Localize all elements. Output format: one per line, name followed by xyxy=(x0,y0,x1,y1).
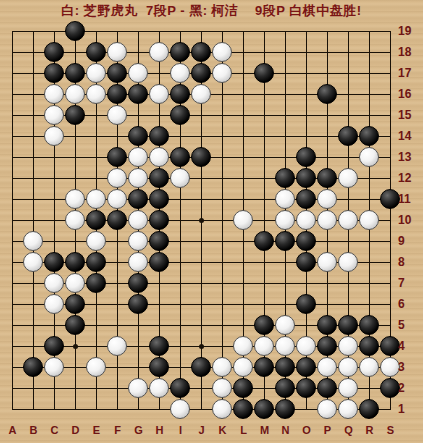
col-label-E: E xyxy=(90,424,103,436)
col-label-L: L xyxy=(237,424,250,436)
white-stone-B9 xyxy=(23,231,43,251)
white-stone-G2 xyxy=(128,378,148,398)
white-stone-C6 xyxy=(44,294,64,314)
white-stone-Q8 xyxy=(338,252,358,272)
black-stone-C8 xyxy=(44,252,64,272)
black-stone-M5 xyxy=(254,315,274,335)
col-label-M: M xyxy=(258,424,271,436)
col-label-A: A xyxy=(6,424,19,436)
white-stone-C14 xyxy=(44,126,64,146)
row-label-7: 7 xyxy=(398,276,422,290)
black-stone-H12 xyxy=(149,168,169,188)
black-stone-R4 xyxy=(359,336,379,356)
white-stone-H18 xyxy=(149,42,169,62)
white-stone-K2 xyxy=(212,378,232,398)
white-stone-I17 xyxy=(170,63,190,83)
black-stone-J3 xyxy=(191,357,211,377)
white-stone-G13 xyxy=(128,147,148,167)
white-stone-K3 xyxy=(212,357,232,377)
col-label-S: S xyxy=(384,424,397,436)
white-stone-G8 xyxy=(128,252,148,272)
row-label-3: 3 xyxy=(398,360,422,374)
star-point xyxy=(199,344,204,349)
black-stone-D5 xyxy=(65,315,85,335)
col-label-B: B xyxy=(27,424,40,436)
black-stone-N2 xyxy=(275,378,295,398)
white-stone-C16 xyxy=(44,84,64,104)
black-stone-E18 xyxy=(86,42,106,62)
white-stone-R3 xyxy=(359,357,379,377)
white-stone-P10 xyxy=(317,210,337,230)
black-stone-L2 xyxy=(233,378,253,398)
white-stone-G12 xyxy=(128,168,148,188)
black-stone-O12 xyxy=(296,168,316,188)
black-stone-P12 xyxy=(317,168,337,188)
white-stone-P3 xyxy=(317,357,337,377)
col-label-I: I xyxy=(174,424,187,436)
white-stone-C15 xyxy=(44,105,64,125)
black-stone-H4 xyxy=(149,336,169,356)
black-stone-M9 xyxy=(254,231,274,251)
col-label-N: N xyxy=(279,424,292,436)
star-point xyxy=(73,344,78,349)
black-stone-O6 xyxy=(296,294,316,314)
black-stone-G14 xyxy=(128,126,148,146)
col-label-K: K xyxy=(216,424,229,436)
col-label-Q: Q xyxy=(342,424,355,436)
white-stone-K1 xyxy=(212,399,232,419)
white-stone-K17 xyxy=(212,63,232,83)
black-stone-R1 xyxy=(359,399,379,419)
black-stone-O9 xyxy=(296,231,316,251)
row-label-9: 9 xyxy=(398,234,422,248)
col-label-R: R xyxy=(363,424,376,436)
black-stone-J18 xyxy=(191,42,211,62)
black-stone-O8 xyxy=(296,252,316,272)
white-stone-Q4 xyxy=(338,336,358,356)
black-stone-R14 xyxy=(359,126,379,146)
white-stone-O4 xyxy=(296,336,316,356)
white-stone-F11 xyxy=(107,189,127,209)
white-stone-N5 xyxy=(275,315,295,335)
white-stone-E3 xyxy=(86,357,106,377)
white-stone-L3 xyxy=(233,357,253,377)
black-stone-F17 xyxy=(107,63,127,83)
white-stone-G9 xyxy=(128,231,148,251)
row-label-16: 16 xyxy=(398,87,422,101)
black-stone-E8 xyxy=(86,252,106,272)
black-stone-I2 xyxy=(170,378,190,398)
go-game-viewer: 白: 芝野虎丸 7段P - 黑: 柯洁 9段P 白棋中盘胜! 191817161… xyxy=(0,0,423,443)
white-stone-P11 xyxy=(317,189,337,209)
black-stone-F13 xyxy=(107,147,127,167)
row-label-12: 12 xyxy=(398,171,422,185)
white-stone-Q3 xyxy=(338,357,358,377)
black-stone-D8 xyxy=(65,252,85,272)
row-label-8: 8 xyxy=(398,255,422,269)
row-label-14: 14 xyxy=(398,129,422,143)
black-stone-M17 xyxy=(254,63,274,83)
col-label-D: D xyxy=(69,424,82,436)
black-stone-M1 xyxy=(254,399,274,419)
black-stone-D19 xyxy=(65,21,85,41)
col-label-H: H xyxy=(153,424,166,436)
white-stone-F4 xyxy=(107,336,127,356)
white-stone-Q1 xyxy=(338,399,358,419)
black-stone-P5 xyxy=(317,315,337,335)
black-stone-I16 xyxy=(170,84,190,104)
black-stone-O11 xyxy=(296,189,316,209)
black-stone-H14 xyxy=(149,126,169,146)
white-stone-Q2 xyxy=(338,378,358,398)
black-stone-I13 xyxy=(170,147,190,167)
white-stone-K18 xyxy=(212,42,232,62)
col-label-J: J xyxy=(195,424,208,436)
black-stone-M3 xyxy=(254,357,274,377)
white-stone-P1 xyxy=(317,399,337,419)
black-stone-O3 xyxy=(296,357,316,377)
black-stone-G16 xyxy=(128,84,148,104)
black-stone-N12 xyxy=(275,168,295,188)
black-stone-G11 xyxy=(128,189,148,209)
white-stone-G10 xyxy=(128,210,148,230)
black-stone-N9 xyxy=(275,231,295,251)
white-stone-E17 xyxy=(86,63,106,83)
black-stone-G6 xyxy=(128,294,148,314)
white-stone-Q12 xyxy=(338,168,358,188)
black-stone-Q14 xyxy=(338,126,358,146)
black-stone-S4 xyxy=(380,336,400,356)
go-board[interactable]: 19181716151413121110987654321ABCDEFGHIJK… xyxy=(0,0,423,443)
white-stone-Q10 xyxy=(338,210,358,230)
black-stone-O13 xyxy=(296,147,316,167)
white-stone-C7 xyxy=(44,273,64,293)
white-stone-N10 xyxy=(275,210,295,230)
black-stone-C4 xyxy=(44,336,64,356)
white-stone-I12 xyxy=(170,168,190,188)
white-stone-O10 xyxy=(296,210,316,230)
black-stone-H8 xyxy=(149,252,169,272)
row-label-2: 2 xyxy=(398,381,422,395)
col-label-G: G xyxy=(132,424,145,436)
black-stone-D17 xyxy=(65,63,85,83)
black-stone-E10 xyxy=(86,210,106,230)
black-stone-P2 xyxy=(317,378,337,398)
white-stone-C3 xyxy=(44,357,64,377)
white-stone-D11 xyxy=(65,189,85,209)
white-stone-F18 xyxy=(107,42,127,62)
black-stone-D15 xyxy=(65,105,85,125)
white-stone-D16 xyxy=(65,84,85,104)
black-stone-E7 xyxy=(86,273,106,293)
white-stone-P8 xyxy=(317,252,337,272)
col-label-F: F xyxy=(111,424,124,436)
black-stone-H3 xyxy=(149,357,169,377)
black-stone-S2 xyxy=(380,378,400,398)
black-stone-F10 xyxy=(107,210,127,230)
black-stone-N1 xyxy=(275,399,295,419)
white-stone-H16 xyxy=(149,84,169,104)
row-label-17: 17 xyxy=(398,66,422,80)
black-stone-C17 xyxy=(44,63,64,83)
white-stone-N11 xyxy=(275,189,295,209)
row-label-11: 11 xyxy=(398,192,422,206)
white-stone-D7 xyxy=(65,273,85,293)
black-stone-N3 xyxy=(275,357,295,377)
white-stone-G17 xyxy=(128,63,148,83)
white-stone-H2 xyxy=(149,378,169,398)
black-stone-F16 xyxy=(107,84,127,104)
black-stone-J13 xyxy=(191,147,211,167)
star-point xyxy=(199,218,204,223)
white-stone-E16 xyxy=(86,84,106,104)
black-stone-S11 xyxy=(380,189,400,209)
white-stone-R13 xyxy=(359,147,379,167)
col-label-O: O xyxy=(300,424,313,436)
row-label-15: 15 xyxy=(398,108,422,122)
row-label-19: 19 xyxy=(398,24,422,38)
white-stone-F15 xyxy=(107,105,127,125)
black-stone-P4 xyxy=(317,336,337,356)
col-label-P: P xyxy=(321,424,334,436)
row-label-6: 6 xyxy=(398,297,422,311)
row-label-18: 18 xyxy=(398,45,422,59)
white-stone-E9 xyxy=(86,231,106,251)
black-stone-G7 xyxy=(128,273,148,293)
white-stone-N4 xyxy=(275,336,295,356)
black-stone-H9 xyxy=(149,231,169,251)
white-stone-H13 xyxy=(149,147,169,167)
white-stone-L10 xyxy=(233,210,253,230)
black-stone-H11 xyxy=(149,189,169,209)
white-stone-B8 xyxy=(23,252,43,272)
row-label-4: 4 xyxy=(398,339,422,353)
row-label-13: 13 xyxy=(398,150,422,164)
white-stone-E11 xyxy=(86,189,106,209)
black-stone-I18 xyxy=(170,42,190,62)
black-stone-L1 xyxy=(233,399,253,419)
row-label-10: 10 xyxy=(398,213,422,227)
black-stone-D6 xyxy=(65,294,85,314)
white-stone-R10 xyxy=(359,210,379,230)
col-label-C: C xyxy=(48,424,61,436)
white-stone-M4 xyxy=(254,336,274,356)
black-stone-R5 xyxy=(359,315,379,335)
white-stone-D10 xyxy=(65,210,85,230)
white-stone-S3 xyxy=(380,357,400,377)
black-stone-H10 xyxy=(149,210,169,230)
row-label-5: 5 xyxy=(398,318,422,332)
black-stone-C18 xyxy=(44,42,64,62)
black-stone-I15 xyxy=(170,105,190,125)
white-stone-F12 xyxy=(107,168,127,188)
row-label-1: 1 xyxy=(398,402,422,416)
white-stone-I1 xyxy=(170,399,190,419)
black-stone-B3 xyxy=(23,357,43,377)
black-stone-P16 xyxy=(317,84,337,104)
white-stone-J16 xyxy=(191,84,211,104)
black-stone-Q5 xyxy=(338,315,358,335)
white-stone-L4 xyxy=(233,336,253,356)
black-stone-O2 xyxy=(296,378,316,398)
black-stone-J17 xyxy=(191,63,211,83)
